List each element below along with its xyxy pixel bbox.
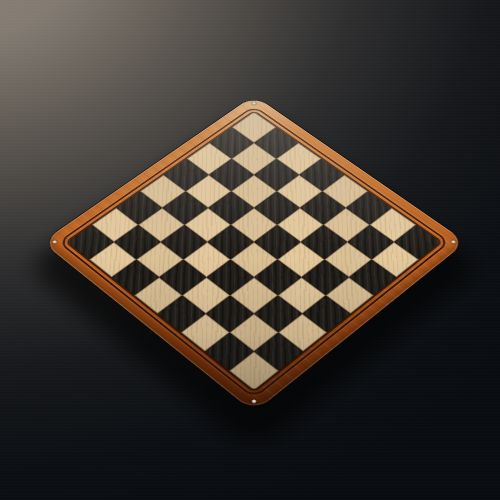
square-r6c7 xyxy=(254,332,303,370)
square-r7c5 xyxy=(181,314,230,352)
board-frame xyxy=(42,95,466,412)
corner-pin-right xyxy=(451,240,457,244)
square-r6c2 xyxy=(136,242,183,277)
square-r4c5 xyxy=(254,259,301,295)
square-r6c5 xyxy=(206,295,254,332)
square-r5c3 xyxy=(183,242,230,277)
square-r5c7 xyxy=(278,314,327,352)
square-r6c3 xyxy=(159,259,206,295)
square-r5c5 xyxy=(230,277,278,313)
square-r2c7 xyxy=(349,259,396,295)
square-r4c4 xyxy=(230,242,277,277)
square-r3c6 xyxy=(301,259,348,295)
corner-pin-bottom xyxy=(251,399,257,404)
playing-field xyxy=(67,112,440,391)
square-r1c7 xyxy=(372,242,419,277)
square-r7c1 xyxy=(89,242,136,277)
square-r7c6 xyxy=(205,332,254,370)
square-r3c5 xyxy=(278,242,325,277)
square-r2c6 xyxy=(325,242,372,277)
square-r7c2 xyxy=(112,259,159,295)
corner-pin-top xyxy=(251,102,256,106)
chessboard xyxy=(42,95,466,412)
corner-pin-left xyxy=(52,240,58,244)
square-r4c7 xyxy=(302,295,350,332)
square-r5c6 xyxy=(254,295,302,332)
square-r7c7 xyxy=(229,351,279,390)
backdrop xyxy=(0,0,500,500)
square-r6c6 xyxy=(230,314,279,352)
square-r6c4 xyxy=(182,277,230,313)
square-r7c3 xyxy=(134,277,182,313)
square-r5c4 xyxy=(207,259,254,295)
square-r4c6 xyxy=(278,277,326,313)
board-scene xyxy=(0,0,500,500)
square-r7c4 xyxy=(157,295,205,332)
square-r3c7 xyxy=(326,277,374,313)
